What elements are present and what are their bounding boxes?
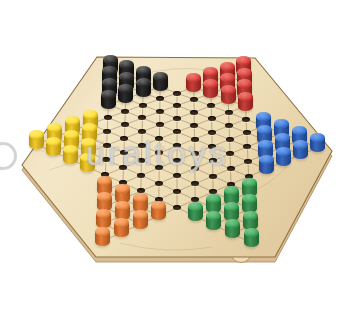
- peg-orange[interactable]: [151, 201, 166, 220]
- peg-red[interactable]: [203, 79, 218, 98]
- peg-top: [29, 130, 44, 139]
- peg-top: [95, 227, 110, 236]
- peg-top: [275, 133, 290, 142]
- peg-orange[interactable]: [114, 218, 129, 237]
- peg-top: [133, 210, 148, 219]
- peg-top: [83, 110, 98, 119]
- product-photo: uraltoys: [0, 0, 350, 311]
- peg-top: [274, 119, 289, 128]
- peg-top: [238, 92, 253, 101]
- peg-blue[interactable]: [310, 133, 325, 152]
- peg-top: [220, 62, 235, 71]
- peg-blue[interactable]: [293, 140, 308, 159]
- peg-top: [133, 193, 148, 202]
- peg-top: [243, 211, 258, 220]
- peg-top: [258, 140, 273, 149]
- peg-top: [63, 145, 78, 154]
- peg-top: [259, 155, 274, 164]
- peg-green[interactable]: [188, 202, 203, 221]
- watermark-text: uraltoys: [86, 134, 229, 173]
- peg-top: [115, 201, 130, 210]
- peg-top: [242, 178, 257, 187]
- peg-black[interactable]: [118, 84, 133, 103]
- peg-top: [119, 72, 134, 81]
- peg-orange[interactable]: [133, 210, 148, 229]
- peg-yellow[interactable]: [46, 137, 61, 156]
- peg-blue[interactable]: [276, 147, 291, 166]
- peg-top: [224, 186, 239, 195]
- peg-green[interactable]: [206, 211, 221, 230]
- peg-yellow[interactable]: [29, 130, 44, 149]
- peg-top: [103, 55, 118, 64]
- peg-red[interactable]: [186, 73, 201, 92]
- peg-blue[interactable]: [259, 155, 274, 174]
- peg-green[interactable]: [225, 219, 240, 238]
- peg-top: [206, 211, 221, 220]
- peg-orange[interactable]: [96, 209, 111, 228]
- peg-black[interactable]: [101, 90, 116, 109]
- peg-top: [136, 78, 151, 87]
- peg-top: [237, 68, 252, 77]
- peg-yellow[interactable]: [63, 145, 78, 164]
- peg-green[interactable]: [244, 228, 259, 247]
- peg-top: [256, 112, 271, 121]
- peg-red[interactable]: [238, 92, 253, 111]
- peg-red[interactable]: [221, 85, 236, 104]
- peg-top: [206, 194, 221, 203]
- peg-top: [47, 123, 62, 132]
- peg-orange[interactable]: [95, 227, 110, 246]
- peg-top: [188, 202, 203, 211]
- peg-top: [292, 126, 307, 135]
- peg-black[interactable]: [136, 78, 151, 97]
- peg-top: [102, 78, 117, 87]
- peg-green[interactable]: [243, 211, 258, 230]
- peg-black[interactable]: [153, 72, 168, 91]
